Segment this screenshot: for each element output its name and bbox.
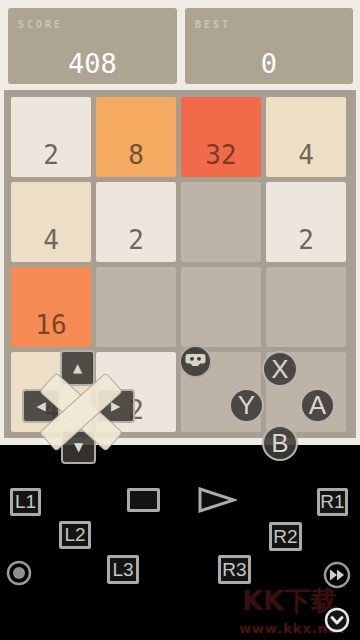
y-button[interactable]: Y bbox=[229, 388, 264, 423]
l3-button[interactable]: L3 bbox=[107, 555, 139, 584]
l1-button[interactable]: L1 bbox=[10, 488, 41, 516]
score-label: SCORE bbox=[18, 19, 63, 30]
a-button[interactable]: A bbox=[300, 388, 335, 423]
triangle-right-icon bbox=[197, 499, 237, 518]
chevron-down-circle-icon bbox=[324, 618, 350, 637]
tile-8: 8 bbox=[96, 97, 176, 177]
r1-button[interactable]: R1 bbox=[317, 488, 348, 516]
emulator-screen: SCORE 408 BEST 0 283244221642 ▲ ◀ ▶ ▼ X … bbox=[0, 0, 360, 640]
best-panel: BEST 0 bbox=[185, 8, 353, 84]
b-button-label: B bbox=[271, 428, 288, 459]
score-panel: SCORE 408 bbox=[8, 8, 177, 84]
select-button[interactable] bbox=[127, 488, 160, 512]
menu-button[interactable] bbox=[179, 345, 212, 378]
arrow-left-icon: ◀ bbox=[36, 399, 45, 413]
r2-label: R2 bbox=[273, 526, 297, 548]
l3-label: L3 bbox=[112, 559, 133, 581]
r3-button[interactable]: R3 bbox=[218, 555, 251, 584]
l2-button[interactable]: L2 bbox=[59, 521, 91, 549]
tile-32: 32 bbox=[181, 97, 261, 177]
empty-cell bbox=[181, 182, 261, 262]
r1-label: R1 bbox=[320, 491, 344, 513]
x-button[interactable]: X bbox=[262, 351, 298, 387]
empty-cell bbox=[96, 267, 176, 347]
controller-bar: L1 R1 L2 R2 L3 R3 bbox=[0, 445, 360, 640]
tile-4: 4 bbox=[266, 97, 346, 177]
collapse-overlay-button[interactable] bbox=[324, 607, 350, 633]
arrow-up-icon: ▲ bbox=[73, 361, 82, 375]
y-button-label: Y bbox=[238, 390, 255, 421]
score-value: 408 bbox=[8, 48, 177, 79]
best-label: BEST bbox=[195, 19, 231, 30]
r3-label: R3 bbox=[222, 559, 246, 581]
best-value: 0 bbox=[185, 48, 353, 79]
record-button[interactable] bbox=[6, 560, 32, 586]
x-button-label: X bbox=[271, 354, 288, 385]
tile-2: 2 bbox=[266, 182, 346, 262]
start-button[interactable] bbox=[197, 486, 237, 514]
tile-2: 2 bbox=[96, 182, 176, 262]
empty-cell bbox=[266, 267, 346, 347]
empty-cell bbox=[181, 267, 261, 347]
arrow-down-icon: ▼ bbox=[74, 440, 83, 454]
record-circle-icon bbox=[6, 571, 32, 590]
tile-4: 4 bbox=[11, 182, 91, 262]
b-button[interactable]: B bbox=[262, 425, 298, 461]
l2-label: L2 bbox=[64, 524, 85, 546]
l1-label: L1 bbox=[15, 491, 36, 513]
tile-2: 2 bbox=[11, 97, 91, 177]
a-button-label: A bbox=[309, 390, 326, 421]
r2-button[interactable]: R2 bbox=[269, 522, 302, 551]
gamepad-icon bbox=[185, 352, 206, 371]
tile-16: 16 bbox=[11, 267, 91, 347]
